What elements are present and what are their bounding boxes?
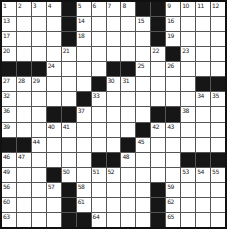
crossword-cell — [17, 62, 31, 76]
crossword-cell — [77, 213, 91, 227]
crossword-cell[interactable] — [181, 62, 195, 76]
crossword-cell — [196, 77, 210, 91]
crossword-cell[interactable] — [32, 183, 46, 197]
crossword-cell — [47, 168, 61, 182]
clue-number: 21 — [63, 47, 70, 54]
crossword-cell[interactable] — [17, 92, 31, 106]
crossword-cell[interactable]: 9 — [166, 2, 180, 16]
crossword-cell — [166, 47, 180, 61]
crossword-cell[interactable]: 17 — [2, 32, 16, 46]
crossword-cell[interactable] — [77, 168, 91, 182]
crossword-cell[interactable] — [107, 32, 121, 46]
crossword-cell — [62, 2, 76, 16]
crossword-cell[interactable] — [196, 47, 210, 61]
crossword-cell[interactable]: 39 — [2, 123, 16, 137]
crossword-cell[interactable] — [196, 183, 210, 197]
crossword-cell[interactable] — [92, 123, 106, 137]
crossword-cell[interactable]: 29 — [32, 77, 46, 91]
crossword-cell[interactable] — [92, 32, 106, 46]
crossword-cell[interactable]: 48 — [121, 153, 135, 167]
crossword-cell — [181, 153, 195, 167]
clue-number: 48 — [122, 153, 129, 160]
clue-number: 18 — [78, 32, 85, 39]
clue-number: 10 — [182, 2, 189, 9]
crossword-cell — [32, 62, 46, 76]
crossword-board: 1234567891011121314151617181920212223242… — [0, 0, 227, 229]
crossword-cell[interactable] — [196, 198, 210, 212]
crossword-cell[interactable] — [62, 62, 76, 76]
crossword-cell[interactable] — [136, 153, 150, 167]
crossword-cell — [136, 123, 150, 137]
clue-number: 3 — [33, 2, 36, 9]
clue-number: 40 — [48, 123, 55, 130]
crossword-cell[interactable] — [136, 183, 150, 197]
crossword-cell[interactable] — [196, 123, 210, 137]
crossword-cell[interactable] — [211, 213, 225, 227]
crossword-cell — [121, 62, 135, 76]
clue-number: 51 — [93, 168, 100, 175]
crossword-cell[interactable]: 59 — [166, 183, 180, 197]
crossword-cell[interactable] — [211, 17, 225, 31]
crossword-cell[interactable] — [136, 213, 150, 227]
crossword-cell[interactable] — [47, 77, 61, 91]
clue-number: 14 — [78, 17, 85, 24]
crossword-cell[interactable] — [136, 77, 150, 91]
crossword-cell[interactable] — [121, 198, 135, 212]
crossword-cell[interactable]: 37 — [77, 107, 91, 121]
clue-number: 1 — [3, 2, 6, 9]
crossword-cell[interactable]: 7 — [107, 2, 121, 16]
crossword-cell[interactable]: 3 — [32, 2, 46, 16]
crossword-cell[interactable] — [47, 47, 61, 61]
crossword-cell[interactable] — [47, 17, 61, 31]
clue-number: 45 — [137, 138, 144, 145]
crossword-cell[interactable] — [181, 213, 195, 227]
crossword-cell[interactable] — [62, 77, 76, 91]
crossword-cell[interactable] — [77, 47, 91, 61]
crossword-cell — [151, 17, 165, 31]
crossword-cell[interactable] — [92, 47, 106, 61]
crossword-cell[interactable] — [32, 47, 46, 61]
crossword-cell[interactable] — [211, 32, 225, 46]
crossword-cell — [151, 198, 165, 212]
clue-number: 53 — [182, 168, 189, 175]
crossword-cell[interactable]: 57 — [47, 183, 61, 197]
crossword-cell[interactable] — [107, 123, 121, 137]
crossword-cell — [151, 183, 165, 197]
crossword-cell — [196, 153, 210, 167]
crossword-cell[interactable] — [32, 153, 46, 167]
crossword-cell[interactable] — [196, 213, 210, 227]
clue-number: 44 — [33, 138, 40, 145]
crossword-cell[interactable] — [136, 92, 150, 106]
crossword-cell[interactable]: 47 — [17, 153, 31, 167]
crossword-cell — [62, 107, 76, 121]
clue-number: 6 — [93, 2, 96, 9]
crossword-cell[interactable] — [92, 107, 106, 121]
clue-number: 17 — [3, 32, 10, 39]
crossword-cell[interactable] — [121, 47, 135, 61]
crossword-cell[interactable] — [77, 62, 91, 76]
clue-number: 61 — [78, 198, 85, 205]
crossword-cell[interactable]: 10 — [181, 2, 195, 16]
crossword-cell[interactable] — [17, 123, 31, 137]
crossword-cell — [136, 2, 150, 16]
crossword-cell[interactable] — [121, 17, 135, 31]
clue-number: 24 — [48, 62, 55, 69]
crossword-cell[interactable]: 26 — [166, 62, 180, 76]
crossword-cell[interactable]: 15 — [136, 17, 150, 31]
crossword-cell[interactable] — [77, 153, 91, 167]
crossword-cell[interactable] — [32, 17, 46, 31]
crossword-cell[interactable] — [32, 198, 46, 212]
crossword-cell — [2, 62, 16, 76]
clue-number: 55 — [212, 168, 219, 175]
crossword-cell — [107, 153, 121, 167]
crossword-cell[interactable]: 60 — [2, 198, 16, 212]
clue-number: 16 — [167, 17, 174, 24]
crossword-cell[interactable]: 36 — [2, 107, 16, 121]
crossword-cell[interactable]: 61 — [77, 198, 91, 212]
crossword-cell[interactable] — [107, 107, 121, 121]
crossword-cell[interactable] — [166, 77, 180, 91]
crossword-cell[interactable] — [121, 168, 135, 182]
crossword-cell[interactable] — [77, 123, 91, 137]
crossword-cell[interactable] — [62, 92, 76, 106]
crossword-cell[interactable] — [151, 62, 165, 76]
crossword-cell[interactable]: 19 — [166, 32, 180, 46]
clue-number: 34 — [197, 92, 204, 99]
clue-number: 8 — [122, 2, 125, 9]
clue-number: 41 — [63, 123, 70, 130]
crossword-cell[interactable]: 44 — [32, 138, 46, 152]
crossword-cell[interactable] — [77, 77, 91, 91]
crossword-grid: 1234567891011121314151617181920212223242… — [0, 0, 227, 229]
crossword-cell[interactable] — [151, 77, 165, 91]
crossword-cell[interactable]: 56 — [2, 183, 16, 197]
clue-number: 39 — [3, 123, 10, 130]
clue-number: 56 — [3, 183, 10, 190]
clue-number: 46 — [3, 153, 10, 160]
crossword-cell — [62, 183, 76, 197]
crossword-cell[interactable] — [181, 198, 195, 212]
crossword-cell — [151, 213, 165, 227]
crossword-cell[interactable] — [92, 138, 106, 152]
crossword-cell[interactable]: 28 — [17, 77, 31, 91]
crossword-cell[interactable] — [181, 183, 195, 197]
crossword-cell[interactable]: 55 — [211, 168, 225, 182]
crossword-cell[interactable]: 33 — [92, 92, 106, 106]
crossword-cell[interactable]: 6 — [92, 2, 106, 16]
clue-number: 49 — [3, 168, 10, 175]
crossword-cell[interactable] — [121, 123, 135, 137]
crossword-cell[interactable] — [136, 198, 150, 212]
clue-number: 65 — [167, 213, 174, 220]
crossword-cell[interactable]: 30 — [107, 77, 121, 91]
crossword-cell[interactable]: 52 — [107, 168, 121, 182]
crossword-cell[interactable] — [181, 17, 195, 31]
crossword-cell[interactable]: 35 — [211, 92, 225, 106]
crossword-cell[interactable] — [17, 168, 31, 182]
clue-number: 22 — [152, 47, 159, 54]
crossword-cell — [2, 138, 16, 152]
clue-number: 13 — [3, 17, 10, 24]
crossword-cell[interactable]: 49 — [2, 168, 16, 182]
crossword-cell[interactable] — [151, 92, 165, 106]
crossword-cell[interactable]: 32 — [2, 92, 16, 106]
clue-number: 60 — [3, 198, 10, 205]
crossword-cell[interactable] — [151, 168, 165, 182]
clue-number: 5 — [78, 2, 81, 9]
crossword-cell[interactable] — [166, 153, 180, 167]
crossword-cell[interactable]: 63 — [2, 213, 16, 227]
clue-number: 20 — [3, 47, 10, 54]
crossword-cell[interactable]: 64 — [92, 213, 106, 227]
clue-number: 28 — [18, 77, 25, 84]
crossword-cell[interactable] — [121, 213, 135, 227]
crossword-cell[interactable]: 22 — [151, 47, 165, 61]
crossword-cell[interactable] — [211, 107, 225, 121]
clue-number: 36 — [3, 107, 10, 114]
crossword-cell[interactable] — [136, 168, 150, 182]
crossword-cell[interactable]: 45 — [136, 138, 150, 152]
crossword-cell[interactable]: 23 — [181, 47, 195, 61]
crossword-cell — [62, 198, 76, 212]
crossword-cell[interactable]: 16 — [166, 17, 180, 31]
clue-number: 54 — [197, 168, 204, 175]
clue-number: 19 — [167, 32, 174, 39]
clue-number: 27 — [3, 77, 10, 84]
crossword-cell[interactable]: 58 — [77, 183, 91, 197]
clue-number: 12 — [212, 2, 219, 9]
crossword-cell[interactable]: 2 — [17, 2, 31, 16]
crossword-cell[interactable] — [136, 47, 150, 61]
crossword-cell[interactable] — [17, 107, 31, 121]
crossword-cell[interactable]: 27 — [2, 77, 16, 91]
crossword-cell[interactable] — [211, 198, 225, 212]
crossword-cell[interactable] — [151, 153, 165, 167]
clue-number: 37 — [78, 107, 85, 114]
clue-number: 29 — [33, 77, 40, 84]
crossword-cell[interactable] — [62, 153, 76, 167]
crossword-cell[interactable] — [62, 138, 76, 152]
crossword-cell[interactable] — [32, 168, 46, 182]
crossword-cell[interactable] — [107, 92, 121, 106]
crossword-cell[interactable] — [107, 198, 121, 212]
crossword-cell[interactable] — [166, 138, 180, 152]
crossword-cell — [121, 138, 135, 152]
clue-number: 2 — [18, 2, 21, 9]
crossword-cell — [47, 107, 61, 121]
clue-number: 50 — [63, 168, 70, 175]
crossword-cell[interactable] — [92, 17, 106, 31]
clue-number: 59 — [167, 183, 174, 190]
crossword-cell[interactable] — [17, 183, 31, 197]
crossword-cell[interactable] — [107, 138, 121, 152]
clue-number: 33 — [93, 92, 100, 99]
clue-number: 31 — [122, 77, 129, 84]
crossword-cell[interactable] — [211, 123, 225, 137]
crossword-cell — [151, 32, 165, 46]
crossword-cell[interactable] — [211, 62, 225, 76]
crossword-cell[interactable]: 8 — [121, 2, 135, 16]
crossword-cell[interactable] — [47, 138, 61, 152]
clue-number: 62 — [167, 198, 174, 205]
clue-number: 63 — [3, 213, 10, 220]
clue-number: 35 — [212, 92, 219, 99]
crossword-cell[interactable] — [47, 153, 61, 167]
crossword-cell — [211, 77, 225, 91]
clue-number: 30 — [108, 77, 115, 84]
crossword-cell[interactable]: 62 — [166, 198, 180, 212]
crossword-cell[interactable] — [151, 138, 165, 152]
crossword-cell[interactable]: 34 — [196, 92, 210, 106]
crossword-cell[interactable]: 12 — [211, 2, 225, 16]
crossword-cell[interactable] — [166, 168, 180, 182]
crossword-cell — [107, 62, 121, 76]
crossword-cell[interactable]: 13 — [2, 17, 16, 31]
crossword-cell[interactable] — [196, 138, 210, 152]
crossword-cell — [151, 107, 165, 121]
clue-number: 9 — [167, 2, 170, 9]
clue-number: 38 — [182, 107, 189, 114]
crossword-cell[interactable] — [47, 213, 61, 227]
crossword-cell[interactable]: 50 — [62, 168, 76, 182]
crossword-cell[interactable]: 31 — [121, 77, 135, 91]
crossword-cell[interactable] — [181, 32, 195, 46]
crossword-cell — [62, 213, 76, 227]
crossword-cell[interactable]: 1 — [2, 2, 16, 16]
crossword-cell[interactable]: 5 — [77, 2, 91, 16]
crossword-cell[interactable] — [47, 32, 61, 46]
crossword-cell[interactable]: 40 — [47, 123, 61, 137]
clue-number: 4 — [48, 2, 51, 9]
crossword-cell[interactable]: 54 — [196, 168, 210, 182]
crossword-cell[interactable]: 14 — [77, 17, 91, 31]
crossword-cell[interactable] — [166, 92, 180, 106]
crossword-cell — [17, 138, 31, 152]
crossword-cell — [151, 2, 165, 16]
crossword-cell[interactable] — [32, 213, 46, 227]
crossword-cell[interactable]: 11 — [196, 2, 210, 16]
crossword-cell[interactable] — [32, 92, 46, 106]
crossword-cell[interactable]: 24 — [47, 62, 61, 76]
crossword-cell[interactable]: 21 — [62, 47, 76, 61]
clue-number: 42 — [152, 123, 159, 130]
crossword-cell[interactable] — [32, 123, 46, 137]
clue-number: 23 — [182, 47, 189, 54]
crossword-cell[interactable]: 43 — [166, 123, 180, 137]
crossword-cell[interactable] — [107, 213, 121, 227]
clue-number: 57 — [48, 183, 55, 190]
crossword-cell[interactable] — [47, 92, 61, 106]
crossword-cell[interactable] — [32, 32, 46, 46]
clue-number: 7 — [108, 2, 111, 9]
clue-number: 52 — [108, 168, 115, 175]
crossword-cell[interactable]: 38 — [181, 107, 195, 121]
crossword-cell[interactable]: 25 — [136, 62, 150, 76]
crossword-cell[interactable]: 65 — [166, 213, 180, 227]
crossword-cell[interactable] — [211, 183, 225, 197]
clue-number: 64 — [93, 213, 100, 220]
crossword-cell[interactable] — [211, 47, 225, 61]
clue-number: 32 — [3, 92, 10, 99]
crossword-cell[interactable] — [121, 92, 135, 106]
crossword-cell[interactable] — [121, 183, 135, 197]
crossword-cell[interactable]: 18 — [77, 32, 91, 46]
crossword-cell[interactable] — [107, 47, 121, 61]
crossword-cell[interactable] — [107, 183, 121, 197]
clue-number: 47 — [18, 153, 25, 160]
crossword-cell[interactable] — [92, 183, 106, 197]
crossword-cell — [62, 17, 76, 31]
clue-number: 43 — [167, 123, 174, 130]
crossword-cell[interactable] — [92, 198, 106, 212]
crossword-cell[interactable] — [17, 32, 31, 46]
crossword-cell — [92, 77, 106, 91]
crossword-cell[interactable] — [211, 138, 225, 152]
crossword-cell[interactable] — [107, 17, 121, 31]
crossword-cell[interactable] — [77, 138, 91, 152]
crossword-cell — [211, 153, 225, 167]
crossword-cell[interactable] — [136, 107, 150, 121]
crossword-cell[interactable] — [136, 32, 150, 46]
crossword-cell[interactable] — [17, 47, 31, 61]
crossword-cell[interactable] — [121, 32, 135, 46]
clue-number: 25 — [137, 62, 144, 69]
crossword-cell[interactable] — [17, 17, 31, 31]
clue-number: 11 — [197, 2, 204, 9]
crossword-cell — [77, 92, 91, 106]
crossword-cell[interactable] — [47, 198, 61, 212]
crossword-cell[interactable] — [92, 62, 106, 76]
crossword-cell[interactable] — [196, 32, 210, 46]
crossword-cell[interactable] — [181, 92, 195, 106]
crossword-cell[interactable] — [17, 213, 31, 227]
clue-number: 15 — [137, 17, 144, 24]
crossword-cell[interactable] — [181, 77, 195, 91]
crossword-cell[interactable]: 41 — [62, 123, 76, 137]
crossword-cell[interactable]: 53 — [181, 168, 195, 182]
crossword-cell — [92, 153, 106, 167]
crossword-cell[interactable]: 51 — [92, 168, 106, 182]
crossword-cell[interactable] — [181, 138, 195, 152]
crossword-cell[interactable] — [196, 107, 210, 121]
crossword-cell[interactable]: 20 — [2, 47, 16, 61]
crossword-cell[interactable]: 46 — [2, 153, 16, 167]
crossword-cell[interactable] — [181, 123, 195, 137]
crossword-cell[interactable]: 42 — [151, 123, 165, 137]
crossword-cell[interactable] — [32, 107, 46, 121]
crossword-cell — [62, 32, 76, 46]
clue-number: 58 — [78, 183, 85, 190]
crossword-cell[interactable] — [121, 107, 135, 121]
crossword-cell[interactable]: 4 — [47, 2, 61, 16]
crossword-cell[interactable] — [196, 62, 210, 76]
crossword-cell[interactable] — [196, 17, 210, 31]
clue-number: 26 — [167, 62, 174, 69]
crossword-cell — [166, 107, 180, 121]
crossword-cell[interactable] — [17, 198, 31, 212]
